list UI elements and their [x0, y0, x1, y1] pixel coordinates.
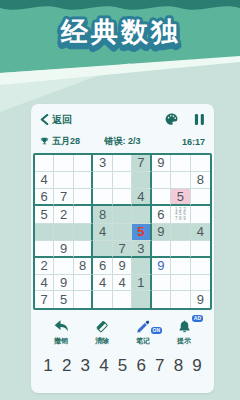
cell-r1c3[interactable] — [74, 155, 93, 172]
cell-r8c5[interactable]: 4 — [113, 275, 132, 292]
cell-r4c6[interactable] — [132, 206, 151, 225]
undo-arrow-icon — [53, 319, 70, 334]
cell-r2c4[interactable] — [93, 172, 112, 189]
cell-value: 2 — [60, 207, 67, 222]
status-bar: 五月28 错误: 2/3 16:17 — [31, 132, 214, 150]
cell-value: 8 — [99, 207, 106, 222]
cell-r6c9[interactable] — [191, 241, 210, 258]
cell-value: 9 — [118, 258, 125, 273]
banner: 经典数独 经典数独 — [0, 0, 240, 112]
hint-label: 提示 — [177, 336, 191, 346]
numpad-1[interactable]: 1 — [39, 356, 57, 376]
errors-label: 错误: 2/3 — [102, 135, 143, 148]
cell-r3c5[interactable] — [113, 189, 132, 206]
cell-r1c6[interactable]: 7 — [132, 155, 151, 172]
cell-r6c3[interactable] — [74, 241, 93, 258]
cell-value: 5 — [41, 207, 48, 222]
cell-r5c5[interactable] — [113, 224, 132, 241]
cell-value: 7 — [41, 292, 48, 307]
cell-value: 7 — [60, 189, 67, 204]
numpad-3[interactable]: 3 — [76, 356, 94, 376]
cell-r1c2[interactable] — [54, 155, 73, 172]
cell-r5c9[interactable]: 4 — [191, 224, 210, 241]
game-card: 返回 五月28 错误: 2/3 16:17 — [31, 104, 214, 393]
cell-value: 4 — [99, 275, 106, 290]
cell-r4c4[interactable]: 8 — [93, 206, 112, 225]
cell-value: 6 — [157, 207, 164, 222]
cell-r3c3[interactable] — [74, 189, 93, 206]
cell-r9c9[interactable]: 9 — [191, 291, 210, 308]
cell-r7c8[interactable] — [171, 258, 190, 275]
numpad-2[interactable]: 2 — [58, 356, 76, 376]
cell-r9c1[interactable]: 7 — [35, 291, 54, 308]
cell-value: 5 — [60, 292, 67, 307]
cell-value: 7 — [137, 155, 144, 170]
cell-r9c6[interactable] — [132, 291, 151, 308]
cell-r4c9[interactable] — [191, 206, 210, 225]
number-pad: 1 2 3 4 5 6 7 8 9 — [31, 346, 214, 376]
chevron-left-icon — [40, 114, 49, 125]
cell-r6c1[interactable] — [35, 241, 54, 258]
cell-value: 4 — [118, 275, 125, 290]
palette-icon — [164, 112, 179, 127]
cell-r2c5[interactable] — [113, 172, 132, 189]
cell-r9c5[interactable] — [113, 291, 132, 308]
cell-value: 7 — [118, 241, 125, 256]
cell-r4c1[interactable]: 5 — [35, 206, 54, 225]
cell-value: 6 — [99, 258, 106, 273]
cell-r8c2[interactable]: 9 — [54, 275, 73, 292]
cell-value: 9 — [197, 292, 204, 307]
cell-value: 4 — [197, 224, 204, 239]
cell-r5c2[interactable] — [54, 224, 73, 241]
pencil-notes: 123456789 — [171, 206, 189, 224]
trophy-icon — [40, 137, 49, 146]
cell-r6c2[interactable]: 9 — [54, 241, 73, 258]
cell-r4c5[interactable] — [113, 206, 132, 225]
cell-value: 9 — [157, 155, 164, 170]
cell-r3c4[interactable] — [93, 189, 112, 206]
cell-r3c8[interactable]: 5 — [171, 189, 190, 206]
cell-r7c3[interactable]: 8 — [74, 258, 93, 275]
cell-r7c7[interactable]: 9 — [152, 258, 171, 275]
cell-value: 1 — [137, 275, 144, 290]
cell-r9c7[interactable] — [152, 291, 171, 308]
notes-on-badge: ON — [151, 327, 163, 334]
cell-value: 9 — [60, 275, 67, 290]
cell-r8c7[interactable] — [152, 275, 171, 292]
undo-label: 撤销 — [54, 336, 68, 346]
header-bar: 返回 — [31, 104, 214, 132]
cell-r3c1[interactable]: 6 — [35, 189, 54, 206]
toolbar: 撤销 清除 ON 笔记 AD 提示 — [31, 310, 214, 346]
cell-value: 9 — [60, 241, 67, 256]
cell-value: 2 — [41, 258, 48, 273]
cell-r7c9[interactable] — [191, 258, 210, 275]
cell-r8c6[interactable]: 1 — [132, 275, 151, 292]
cell-r2c7[interactable] — [152, 172, 171, 189]
cell-r8c8[interactable] — [171, 275, 190, 292]
cell-r7c2[interactable] — [54, 258, 73, 275]
cell-value: 4 — [41, 275, 48, 290]
cell-r4c3[interactable] — [74, 206, 93, 225]
back-label: 返回 — [52, 113, 72, 127]
theme-button[interactable] — [164, 112, 179, 127]
cell-r1c4[interactable]: 3 — [93, 155, 112, 172]
cell-r2c6[interactable] — [132, 172, 151, 189]
erase-label: 清除 — [95, 336, 109, 346]
cell-value: 3 — [137, 241, 144, 256]
back-button[interactable]: 返回 — [40, 113, 72, 127]
numpad-7[interactable]: 7 — [151, 356, 169, 376]
cell-r9c4[interactable] — [93, 291, 112, 308]
hint-button[interactable]: AD 提示 — [167, 319, 201, 346]
date-group: 五月28 — [40, 135, 102, 148]
cell-r9c2[interactable]: 5 — [54, 291, 73, 308]
cell-value: 9 — [157, 224, 164, 239]
cell-value: 8 — [197, 172, 204, 187]
cell-value: 4 — [99, 224, 106, 239]
cell-r7c4[interactable]: 6 — [93, 258, 112, 275]
cell-value: 3 — [99, 155, 106, 170]
note-button[interactable]: ON 笔记 — [126, 319, 160, 346]
bell-icon — [177, 319, 192, 334]
cell-r6c7[interactable] — [152, 241, 171, 258]
cell-r1c7[interactable]: 9 — [152, 155, 171, 172]
sudoku-grid: 3794867455286123456789459497328699494417… — [33, 153, 212, 310]
pause-icon — [194, 113, 205, 126]
cell-r8c1[interactable]: 4 — [35, 275, 54, 292]
cell-r1c5[interactable] — [113, 155, 132, 172]
cell-r5c4[interactable]: 4 — [93, 224, 112, 241]
timer-label: 16:17 — [143, 137, 205, 147]
numpad-4[interactable]: 4 — [95, 356, 113, 376]
cell-r9c8[interactable] — [171, 291, 190, 308]
cell-value: 5 — [177, 189, 184, 204]
cell-value: 8 — [79, 258, 86, 273]
cell-r2c9[interactable]: 8 — [191, 172, 210, 189]
cell-r7c6[interactable] — [132, 258, 151, 275]
cell-r7c1[interactable]: 2 — [35, 258, 54, 275]
cell-r3c2[interactable]: 7 — [54, 189, 73, 206]
banner-title-svg: 经典数独 经典数独 — [0, 0, 240, 56]
cell-r5c8[interactable] — [171, 224, 190, 241]
cell-r5c7[interactable]: 9 — [152, 224, 171, 241]
hint-ad-badge: AD — [192, 315, 203, 322]
cell-r2c1[interactable]: 4 — [35, 172, 54, 189]
cell-r8c4[interactable]: 4 — [93, 275, 112, 292]
cell-r2c2[interactable] — [54, 172, 73, 189]
cell-value: 5 — [137, 224, 144, 239]
cell-value: 4 — [137, 189, 144, 204]
cell-r4c2[interactable]: 2 — [54, 206, 73, 225]
cell-value: 4 — [41, 172, 48, 187]
page-title: 经典数独 — [60, 17, 181, 47]
note-label: 笔记 — [136, 336, 150, 346]
cell-r3c9[interactable] — [191, 189, 210, 206]
numpad-5[interactable]: 5 — [114, 356, 132, 376]
date-label: 五月28 — [52, 135, 80, 148]
pencil-icon — [135, 319, 151, 334]
cell-r3c7[interactable] — [152, 189, 171, 206]
numpad-6[interactable]: 6 — [132, 356, 150, 376]
cell-r3c6[interactable]: 4 — [132, 189, 151, 206]
cell-r1c1[interactable] — [35, 155, 54, 172]
eraser-icon — [94, 319, 110, 334]
numpad-8[interactable]: 8 — [169, 356, 187, 376]
cell-r6c6[interactable]: 3 — [132, 241, 151, 258]
cell-r5c6[interactable]: 5 — [132, 224, 151, 241]
cell-value: 6 — [41, 189, 48, 204]
cell-r2c8[interactable] — [171, 172, 190, 189]
cell-r2c3[interactable] — [74, 172, 93, 189]
cell-r5c3[interactable] — [74, 224, 93, 241]
cell-r7c5[interactable]: 9 — [113, 258, 132, 275]
cell-value: 9 — [157, 258, 164, 273]
cell-r6c8[interactable] — [171, 241, 190, 258]
cell-r6c4[interactable] — [93, 241, 112, 258]
erase-button[interactable]: 清除 — [85, 319, 119, 346]
cell-r5c1[interactable] — [35, 224, 54, 241]
cell-r4c8[interactable]: 123456789 — [171, 206, 190, 225]
cell-r4c7[interactable]: 6 — [152, 206, 171, 225]
pause-button[interactable] — [194, 113, 205, 126]
cell-r8c9[interactable] — [191, 275, 210, 292]
undo-button[interactable]: 撤销 — [44, 319, 78, 346]
cell-r1c8[interactable] — [171, 155, 190, 172]
cell-r8c3[interactable] — [74, 275, 93, 292]
numpad-9[interactable]: 9 — [188, 356, 206, 376]
cell-r1c9[interactable] — [191, 155, 210, 172]
cell-r6c5[interactable]: 7 — [113, 241, 132, 258]
cell-r9c3[interactable] — [74, 291, 93, 308]
